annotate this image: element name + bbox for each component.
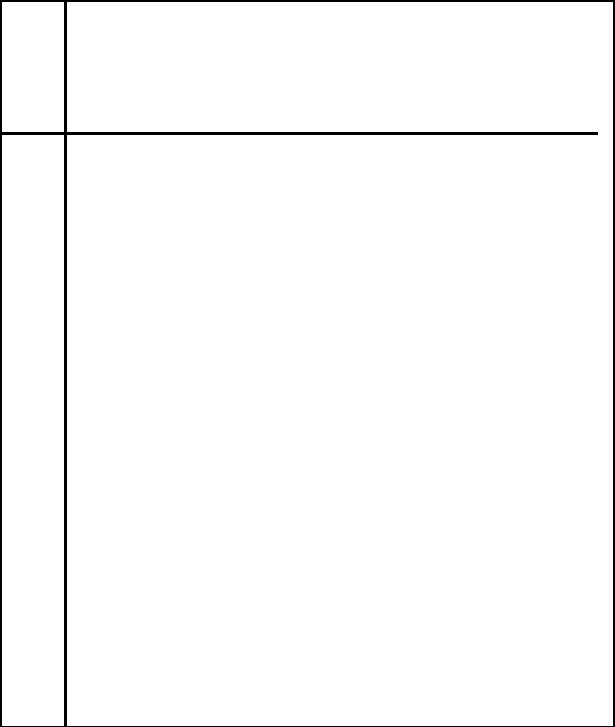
- nonogram-puzzle: [0, 0, 615, 727]
- corner-watermark: [2, 2, 67, 135]
- column-clues: [67, 2, 598, 135]
- nonogram-board: [67, 135, 598, 726]
- row-clues: [2, 135, 67, 726]
- nonogram-page: [0, 0, 615, 727]
